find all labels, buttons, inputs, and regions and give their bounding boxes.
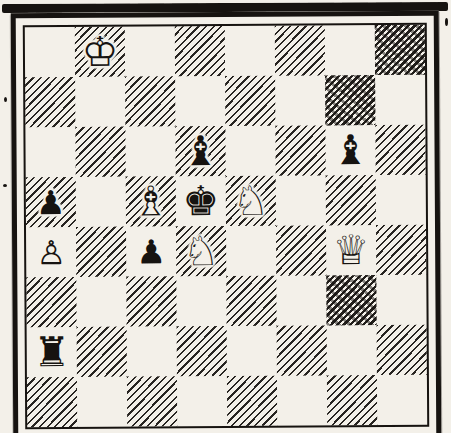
- square-a6[interactable]: [25, 127, 75, 177]
- square-e1[interactable]: [227, 376, 277, 426]
- square-c3[interactable]: [126, 276, 176, 326]
- square-e3[interactable]: [226, 276, 276, 326]
- square-h4[interactable]: [376, 225, 426, 275]
- piece-glyph: ♗: [126, 176, 176, 226]
- piece-glyph: ♙: [26, 227, 76, 277]
- piece-glyph: ♝: [175, 126, 225, 176]
- black-king[interactable]: ♚: [176, 176, 226, 226]
- black-pawn[interactable]: ♟: [126, 226, 176, 276]
- black-rook[interactable]: ♜: [27, 327, 77, 377]
- piece-glyph: ♕: [326, 225, 376, 275]
- square-a8[interactable]: [25, 27, 75, 77]
- square-e2[interactable]: [227, 326, 277, 376]
- square-h1[interactable]: [377, 375, 427, 425]
- square-c5[interactable]: ♝♗: [126, 176, 176, 226]
- square-a4[interactable]: ♟♙: [26, 227, 76, 277]
- square-c2[interactable]: [127, 326, 177, 376]
- square-f6[interactable]: [275, 125, 325, 175]
- square-b5[interactable]: [76, 177, 126, 227]
- piece-glyph: ♘: [176, 226, 226, 276]
- square-a2[interactable]: ♜: [27, 327, 77, 377]
- square-h7[interactable]: [375, 75, 425, 125]
- square-a3[interactable]: [26, 277, 76, 327]
- square-b3[interactable]: [76, 277, 126, 327]
- square-b6[interactable]: [75, 127, 125, 177]
- piece-glyph: ♟: [26, 177, 76, 227]
- white-king[interactable]: ♚♔: [75, 27, 125, 77]
- square-c6[interactable]: [125, 126, 175, 176]
- square-c1[interactable]: [127, 376, 177, 426]
- square-g2[interactable]: [327, 325, 377, 375]
- square-c7[interactable]: [125, 76, 175, 126]
- square-a7[interactable]: [25, 77, 75, 127]
- square-e5[interactable]: ♞♘: [226, 176, 276, 226]
- square-g6[interactable]: ♝: [325, 125, 375, 175]
- square-g5[interactable]: [326, 175, 376, 225]
- square-e6[interactable]: [225, 126, 275, 176]
- square-f1[interactable]: [277, 375, 327, 425]
- square-b8[interactable]: ♚♔: [75, 27, 125, 77]
- white-knight[interactable]: ♞♘: [226, 176, 276, 226]
- square-b1[interactable]: [77, 377, 127, 427]
- square-e4[interactable]: [226, 226, 276, 276]
- white-knight[interactable]: ♞♘: [176, 226, 226, 276]
- square-a5[interactable]: ♟: [26, 177, 76, 227]
- square-h2[interactable]: [377, 325, 427, 375]
- square-h6[interactable]: [375, 125, 425, 175]
- square-c4[interactable]: ♟: [126, 226, 176, 276]
- square-d2[interactable]: [177, 326, 227, 376]
- square-f4[interactable]: [276, 225, 326, 275]
- square-f2[interactable]: [277, 325, 327, 375]
- black-bishop[interactable]: ♝: [175, 126, 225, 176]
- square-g3[interactable]: [326, 275, 376, 325]
- square-d6[interactable]: ♝: [175, 126, 225, 176]
- chess-board: ♚♔♝♝♟♝♗♚♞♘♟♙♟♞♘♛♕♜: [23, 23, 429, 429]
- piece-glyph: ♘: [226, 176, 276, 226]
- square-a1[interactable]: [27, 377, 77, 427]
- square-c8[interactable]: [125, 26, 175, 76]
- square-f8[interactable]: [275, 25, 325, 75]
- ink-speck: [3, 184, 7, 187]
- piece-glyph: ♝: [325, 125, 375, 175]
- square-f3[interactable]: [276, 275, 326, 325]
- square-b2[interactable]: [77, 327, 127, 377]
- black-pawn[interactable]: ♟: [26, 177, 76, 227]
- square-f5[interactable]: [276, 175, 326, 225]
- scanned-chess-diagram: ♚♔♝♝♟♝♗♚♞♘♟♙♟♞♘♛♕♜: [0, 0, 451, 433]
- square-d4[interactable]: ♞♘: [176, 226, 226, 276]
- square-g7[interactable]: [325, 75, 375, 125]
- square-b4[interactable]: [76, 227, 126, 277]
- square-g8[interactable]: [325, 25, 375, 75]
- square-h5[interactable]: [376, 175, 426, 225]
- square-b7[interactable]: [75, 77, 125, 127]
- board-frame: ♚♔♝♝♟♝♗♚♞♘♟♙♟♞♘♛♕♜: [11, 11, 442, 433]
- square-d1[interactable]: [177, 376, 227, 426]
- white-pawn[interactable]: ♟♙: [26, 227, 76, 277]
- square-d5[interactable]: ♚: [176, 176, 226, 226]
- square-h8[interactable]: [375, 25, 425, 75]
- square-d7[interactable]: [175, 76, 225, 126]
- piece-glyph: ♔: [75, 27, 125, 77]
- piece-glyph: ♚: [176, 176, 226, 226]
- square-h3[interactable]: [376, 275, 426, 325]
- piece-glyph: ♟: [126, 226, 176, 276]
- square-d3[interactable]: [176, 276, 226, 326]
- square-e8[interactable]: [225, 26, 275, 76]
- black-bishop[interactable]: ♝: [325, 125, 375, 175]
- white-bishop[interactable]: ♝♗: [126, 176, 176, 226]
- square-d8[interactable]: [175, 26, 225, 76]
- ink-speck: [445, 18, 448, 26]
- square-g4[interactable]: ♛♕: [326, 225, 376, 275]
- square-e7[interactable]: [225, 76, 275, 126]
- ink-speck: [4, 97, 7, 102]
- square-g1[interactable]: [327, 375, 377, 425]
- white-queen[interactable]: ♛♕: [326, 225, 376, 275]
- square-f7[interactable]: [275, 75, 325, 125]
- piece-glyph: ♜: [27, 327, 77, 377]
